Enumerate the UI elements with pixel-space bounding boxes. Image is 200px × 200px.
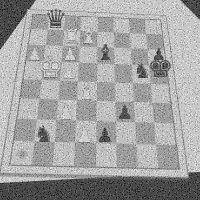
piece-black-pawn-f3[interactable]: ♟ — [116, 103, 133, 122]
square-d6[interactable] — [79, 47, 97, 64]
square-h1[interactable] — [156, 144, 179, 168]
piece-white-pawn-c3[interactable]: ♟ — [57, 103, 74, 122]
square-h4[interactable] — [150, 83, 170, 102]
square-f4[interactable] — [115, 82, 134, 102]
piece-black-knight-b2[interactable]: ♞ — [33, 123, 53, 146]
square-a1[interactable]: ◈ — [10, 141, 34, 165]
square-a3[interactable] — [17, 98, 39, 119]
square-g1[interactable] — [136, 144, 158, 168]
square-h3[interactable] — [152, 102, 173, 123]
scene: ◈ ♛♜♝♟♟♝♟♚♟♞♚♝♟♟♞♟♟ — [0, 0, 200, 200]
square-f7[interactable] — [113, 33, 130, 49]
piece-black-bishop-e6[interactable]: ♝ — [96, 42, 115, 64]
square-g2[interactable] — [135, 122, 156, 144]
square-e4[interactable] — [96, 82, 115, 102]
square-c1[interactable] — [53, 142, 75, 166]
piece-white-pawn-c6[interactable]: ♟ — [63, 47, 78, 64]
photo-frame: ◈ ♛♜♝♟♟♝♟♚♟♞♚♝♟♟♞♟♟ — [0, 0, 200, 200]
square-g7[interactable] — [130, 33, 148, 49]
piece-white-pawn-c5[interactable]: ♟ — [61, 64, 77, 81]
square-e3[interactable] — [96, 100, 115, 121]
piece-white-king-b5[interactable]: ♚ — [37, 53, 63, 82]
square-h8[interactable] — [145, 19, 162, 34]
piece-white-bishop-d4[interactable]: ♝ — [76, 79, 97, 102]
square-f1[interactable] — [116, 143, 137, 167]
square-h2[interactable] — [154, 123, 176, 145]
corner-emblem: ◈ — [10, 141, 34, 165]
square-f6[interactable] — [114, 48, 132, 65]
piece-black-king-h5[interactable]: ♚ — [147, 53, 173, 82]
square-f8[interactable] — [113, 18, 130, 33]
square-g4[interactable] — [133, 83, 153, 103]
square-e5[interactable] — [97, 64, 115, 82]
piece-white-pawn-d2[interactable]: ♟ — [76, 126, 94, 146]
square-f2[interactable] — [115, 121, 136, 144]
square-f5[interactable] — [114, 64, 132, 82]
square-b3[interactable] — [37, 99, 58, 120]
piece-black-pawn-e2[interactable]: ♟ — [96, 126, 114, 146]
square-e8[interactable] — [97, 17, 113, 32]
square-g3[interactable] — [134, 102, 154, 123]
square-g8[interactable] — [129, 19, 146, 34]
